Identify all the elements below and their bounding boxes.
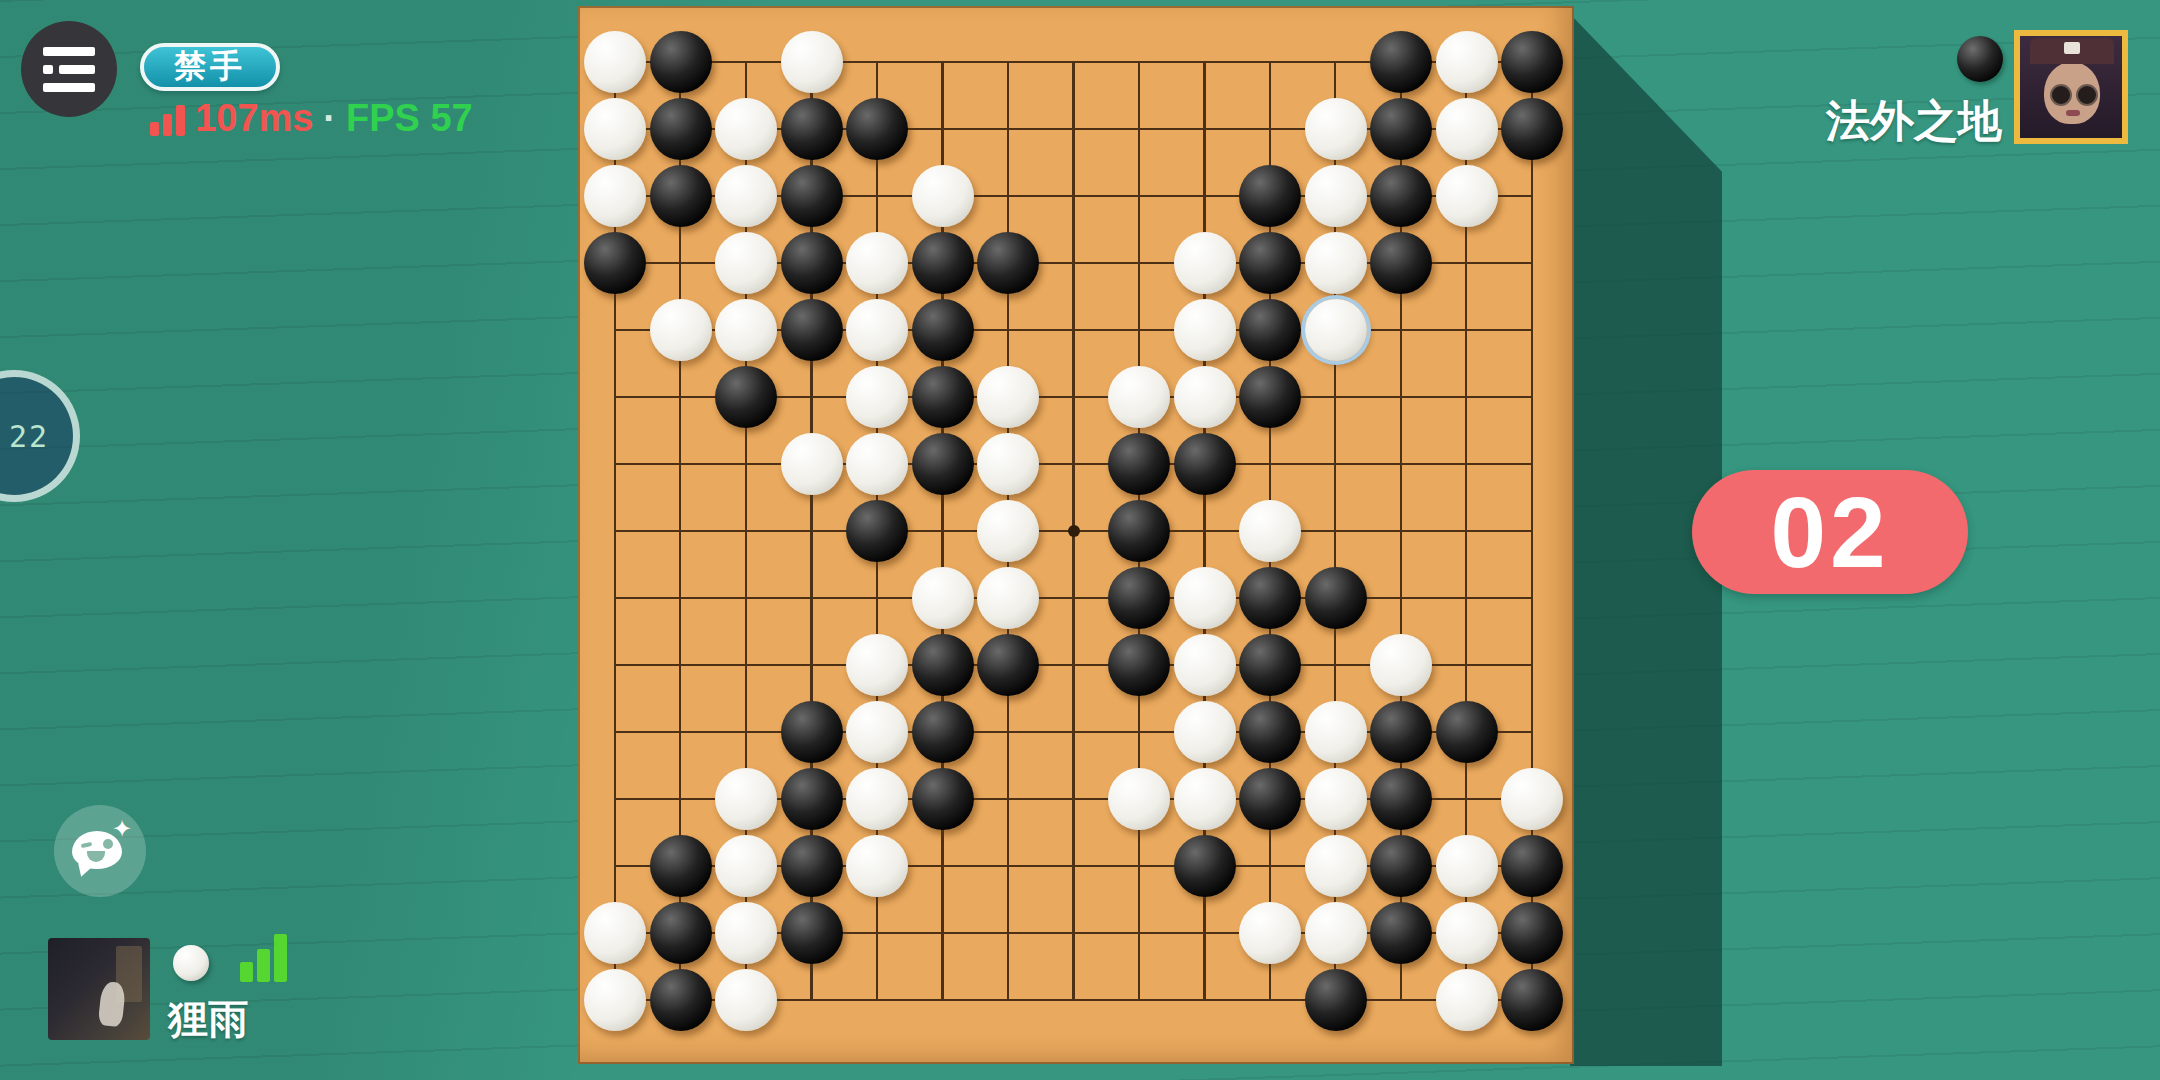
stone-white bbox=[846, 366, 908, 428]
side-clock-value: 22 bbox=[9, 419, 49, 454]
fps-value: FPS 57 bbox=[346, 100, 473, 136]
stone-black bbox=[650, 902, 712, 964]
opponent-avatar bbox=[2014, 30, 2128, 144]
stone-black bbox=[781, 299, 843, 361]
stone-white bbox=[1174, 232, 1236, 294]
stone-black bbox=[781, 701, 843, 763]
stone-white bbox=[1305, 98, 1367, 160]
stone-black bbox=[1305, 567, 1367, 629]
move-timer-pill: 02 bbox=[1692, 470, 1968, 594]
stone-white bbox=[1305, 299, 1367, 361]
stone-white bbox=[846, 433, 908, 495]
stone-white bbox=[1305, 165, 1367, 227]
stone-black bbox=[846, 500, 908, 562]
stone-black bbox=[912, 768, 974, 830]
stone-black bbox=[1305, 969, 1367, 1031]
stone-black bbox=[912, 634, 974, 696]
stone-white bbox=[1174, 634, 1236, 696]
stone-black bbox=[1370, 835, 1432, 897]
stone-white bbox=[715, 98, 777, 160]
stone-black bbox=[1174, 835, 1236, 897]
stone-white bbox=[781, 31, 843, 93]
stone-white bbox=[715, 299, 777, 361]
stone-black bbox=[1370, 98, 1432, 160]
hamburger-icon bbox=[43, 47, 95, 56]
latency-value: 107ms bbox=[195, 100, 313, 136]
stone-black bbox=[1108, 634, 1170, 696]
stone-white bbox=[584, 31, 646, 93]
stone-white bbox=[1436, 165, 1498, 227]
stone-white bbox=[1174, 567, 1236, 629]
forbidden-move-rule-badge: 禁手 bbox=[140, 43, 280, 91]
stone-white bbox=[1305, 768, 1367, 830]
stone-black bbox=[781, 835, 843, 897]
stone-black bbox=[781, 232, 843, 294]
move-timer-value: 02 bbox=[1770, 482, 1889, 582]
stone-white bbox=[1174, 768, 1236, 830]
stone-black bbox=[1239, 634, 1301, 696]
stone-white bbox=[1370, 634, 1432, 696]
stone-white bbox=[977, 567, 1039, 629]
stone-black bbox=[1370, 701, 1432, 763]
stone-black bbox=[1239, 567, 1301, 629]
stone-white bbox=[846, 634, 908, 696]
self-white-stone-icon bbox=[173, 945, 209, 981]
stone-black bbox=[912, 366, 974, 428]
stone-black bbox=[1501, 31, 1563, 93]
stone-black bbox=[781, 165, 843, 227]
stone-black bbox=[650, 165, 712, 227]
self-avatar bbox=[48, 938, 150, 1040]
stone-white bbox=[1305, 835, 1367, 897]
stone-black bbox=[584, 232, 646, 294]
latency-signal-icon bbox=[150, 105, 185, 136]
stone-white bbox=[1436, 98, 1498, 160]
stone-white bbox=[1174, 701, 1236, 763]
stone-black bbox=[1174, 433, 1236, 495]
stone-white bbox=[846, 299, 908, 361]
stone-black bbox=[650, 835, 712, 897]
stone-black bbox=[1370, 165, 1432, 227]
stone-white bbox=[977, 433, 1039, 495]
stone-black bbox=[1370, 902, 1432, 964]
stone-white bbox=[846, 701, 908, 763]
stone-white bbox=[715, 165, 777, 227]
stone-white bbox=[715, 835, 777, 897]
stone-white bbox=[1174, 299, 1236, 361]
stone-white bbox=[715, 768, 777, 830]
menu-button[interactable] bbox=[21, 21, 117, 117]
stone-black bbox=[1501, 98, 1563, 160]
self-signal-icon bbox=[240, 934, 287, 982]
opponent-player-name: 法外之地 bbox=[1826, 92, 2002, 151]
stone-black bbox=[1501, 969, 1563, 1031]
stone-black bbox=[912, 299, 974, 361]
stone-black bbox=[650, 98, 712, 160]
stone-black bbox=[912, 232, 974, 294]
network-status: 107ms · FPS 57 bbox=[150, 100, 473, 136]
self-player-name: 狸雨 bbox=[168, 992, 248, 1047]
stone-white bbox=[584, 165, 646, 227]
stone-white bbox=[650, 299, 712, 361]
stone-black bbox=[1239, 701, 1301, 763]
stone-white bbox=[977, 366, 1039, 428]
stone-white bbox=[1436, 969, 1498, 1031]
opponent-black-stone-icon bbox=[1957, 36, 2003, 82]
stone-black bbox=[715, 366, 777, 428]
stone-black bbox=[1239, 768, 1301, 830]
stone-white bbox=[1501, 768, 1563, 830]
stone-white bbox=[1436, 31, 1498, 93]
stone-black bbox=[1436, 701, 1498, 763]
separator-dot: · bbox=[323, 100, 336, 136]
stone-white bbox=[1305, 232, 1367, 294]
stone-black bbox=[977, 232, 1039, 294]
stone-black bbox=[1108, 500, 1170, 562]
stone-white bbox=[1436, 835, 1498, 897]
sparkle-icon: ✦ bbox=[112, 815, 132, 843]
stone-white bbox=[1305, 902, 1367, 964]
center-star-point bbox=[1068, 525, 1080, 537]
stone-white bbox=[912, 567, 974, 629]
stone-black bbox=[1501, 902, 1563, 964]
stone-black bbox=[977, 634, 1039, 696]
gomoku-board[interactable] bbox=[578, 6, 1574, 1064]
stone-white bbox=[846, 835, 908, 897]
stone-white bbox=[846, 232, 908, 294]
stone-white bbox=[584, 902, 646, 964]
hamburger-icon bbox=[43, 83, 95, 92]
stone-white bbox=[1305, 701, 1367, 763]
stone-black bbox=[650, 969, 712, 1031]
stone-white bbox=[715, 232, 777, 294]
stone-white bbox=[1436, 902, 1498, 964]
stone-black bbox=[1239, 366, 1301, 428]
stone-white bbox=[846, 768, 908, 830]
stone-white bbox=[715, 902, 777, 964]
stone-black bbox=[1370, 31, 1432, 93]
stone-black bbox=[781, 98, 843, 160]
stone-black bbox=[912, 433, 974, 495]
stone-black bbox=[1370, 232, 1432, 294]
stone-black bbox=[781, 902, 843, 964]
stone-black bbox=[1501, 835, 1563, 897]
stone-black bbox=[1108, 567, 1170, 629]
stone-white bbox=[1174, 366, 1236, 428]
stone-black bbox=[912, 701, 974, 763]
stone-black bbox=[1370, 768, 1432, 830]
stone-black bbox=[1239, 165, 1301, 227]
stone-white bbox=[1108, 768, 1170, 830]
stone-white bbox=[1239, 500, 1301, 562]
stone-black bbox=[846, 98, 908, 160]
stone-black bbox=[781, 768, 843, 830]
stone-white bbox=[715, 969, 777, 1031]
hamburger-icon bbox=[43, 65, 95, 74]
stone-black bbox=[1108, 433, 1170, 495]
stone-white bbox=[1239, 902, 1301, 964]
stone-black bbox=[1239, 299, 1301, 361]
stone-black bbox=[650, 31, 712, 93]
stone-white bbox=[584, 98, 646, 160]
stone-black bbox=[1239, 232, 1301, 294]
stone-white bbox=[912, 165, 974, 227]
stone-white bbox=[584, 969, 646, 1031]
stone-white bbox=[781, 433, 843, 495]
stone-white bbox=[1108, 366, 1170, 428]
emote-chat-button[interactable]: ✦ bbox=[54, 805, 146, 897]
stone-white bbox=[977, 500, 1039, 562]
